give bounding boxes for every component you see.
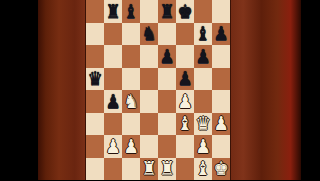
square-g3[interactable]: ♛ [194,113,212,136]
square-c3[interactable] [122,113,140,136]
white-queen-g3[interactable]: ♛ [195,114,210,133]
black-pawn-e6[interactable]: ♟ [159,47,174,66]
square-f3[interactable]: ♝ [176,113,194,136]
black-king-f8[interactable]: ♚ [177,2,192,21]
square-a4[interactable] [86,90,104,113]
black-rook-b8[interactable]: ♜ [105,2,120,21]
square-d4[interactable] [140,90,158,113]
square-g4[interactable] [194,90,212,113]
square-b1[interactable] [104,158,122,181]
square-g7[interactable]: ♝ [194,23,212,46]
square-f8[interactable]: ♚ [176,0,194,23]
black-pawn-f5[interactable]: ♟ [177,69,192,88]
square-d3[interactable] [140,113,158,136]
square-d7[interactable]: ♞ [140,23,158,46]
square-e4[interactable] [158,90,176,113]
white-pawn-f4[interactable]: ♟ [177,92,192,111]
square-h1[interactable]: ♚ [212,158,230,181]
square-e7[interactable] [158,23,176,46]
square-a3[interactable] [86,113,104,136]
square-a2[interactable] [86,135,104,158]
square-a6[interactable] [86,45,104,68]
square-c7[interactable] [122,23,140,46]
square-d2[interactable] [140,135,158,158]
square-d1[interactable]: ♜ [140,158,158,181]
black-bishop-c8[interactable]: ♝ [123,2,138,21]
square-g8[interactable] [194,0,212,23]
white-knight-c4[interactable]: ♞ [123,92,138,111]
square-h5[interactable] [212,68,230,91]
square-g6[interactable]: ♟ [194,45,212,68]
square-g5[interactable] [194,68,212,91]
square-f1[interactable] [176,158,194,181]
square-e5[interactable] [158,68,176,91]
square-e2[interactable] [158,135,176,158]
square-c6[interactable] [122,45,140,68]
white-pawn-c2[interactable]: ♟ [123,137,138,156]
square-b5[interactable] [104,68,122,91]
square-g1[interactable]: ♝ [194,158,212,181]
square-f5[interactable]: ♟ [176,68,194,91]
square-d8[interactable] [140,0,158,23]
black-pawn-h7[interactable]: ♟ [213,24,228,43]
square-h3[interactable]: ♟ [212,113,230,136]
black-knight-d7[interactable]: ♞ [141,24,156,43]
square-a5[interactable]: ♛ [86,68,104,91]
white-pawn-b2[interactable]: ♟ [105,137,120,156]
square-a7[interactable] [86,23,104,46]
square-d5[interactable] [140,68,158,91]
black-bishop-g7[interactable]: ♝ [195,24,210,43]
square-e1[interactable]: ♜ [158,158,176,181]
white-pawn-h3[interactable]: ♟ [213,114,228,133]
chess-board: ♜♝♜♚♞♝♟♟♟♛♟♟♞♟♝♛♟♟♟♟♜♜♝♚ [86,0,230,180]
black-rook-e8[interactable]: ♜ [159,2,174,21]
white-pawn-g2[interactable]: ♟ [195,137,210,156]
square-c4[interactable]: ♞ [122,90,140,113]
square-h8[interactable] [212,0,230,23]
square-h6[interactable] [212,45,230,68]
square-e3[interactable] [158,113,176,136]
square-b4[interactable]: ♟ [104,90,122,113]
square-b7[interactable] [104,23,122,46]
square-f2[interactable] [176,135,194,158]
square-g2[interactable]: ♟ [194,135,212,158]
square-f7[interactable] [176,23,194,46]
square-f4[interactable]: ♟ [176,90,194,113]
white-rook-d1[interactable]: ♜ [141,159,156,178]
square-e6[interactable]: ♟ [158,45,176,68]
square-e8[interactable]: ♜ [158,0,176,23]
square-c5[interactable] [122,68,140,91]
square-b8[interactable]: ♜ [104,0,122,23]
white-king-h1[interactable]: ♚ [213,159,228,178]
square-h2[interactable] [212,135,230,158]
square-f6[interactable] [176,45,194,68]
white-rook-e1[interactable]: ♜ [159,159,174,178]
white-bishop-f3[interactable]: ♝ [177,114,192,133]
square-c1[interactable] [122,158,140,181]
square-b6[interactable] [104,45,122,68]
square-b3[interactable] [104,113,122,136]
square-a1[interactable] [86,158,104,181]
black-pawn-b4[interactable]: ♟ [105,92,120,111]
black-queen-a5[interactable]: ♛ [87,69,102,88]
square-h4[interactable] [212,90,230,113]
square-b2[interactable]: ♟ [104,135,122,158]
video-frame: ♜♝♜♚♞♝♟♟♟♛♟♟♞♟♝♛♟♟♟♟♜♜♝♚ [0,0,320,180]
square-c2[interactable]: ♟ [122,135,140,158]
square-d6[interactable] [140,45,158,68]
square-a8[interactable] [86,0,104,23]
square-c8[interactable]: ♝ [122,0,140,23]
square-h7[interactable]: ♟ [212,23,230,46]
white-bishop-g1[interactable]: ♝ [195,159,210,178]
black-pawn-g6[interactable]: ♟ [195,47,210,66]
